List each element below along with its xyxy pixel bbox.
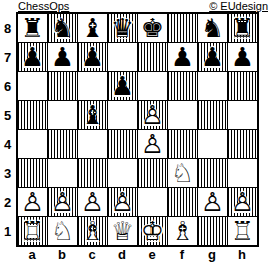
piece-white-king-e1: ♔ <box>138 217 167 245</box>
square-b1[interactable]: ♞♘ <box>48 217 77 245</box>
square-b8[interactable]: ♞♞ <box>48 14 77 42</box>
rank-label-7: 7 <box>0 43 15 72</box>
square-g5[interactable] <box>198 101 227 129</box>
square-d3[interactable] <box>108 159 137 187</box>
square-e7[interactable] <box>138 43 167 71</box>
square-c4[interactable] <box>78 130 107 158</box>
file-label-d: d <box>107 248 137 262</box>
file-label-g: g <box>197 248 227 262</box>
rank-label-5: 5 <box>0 101 15 130</box>
piece-halo: ♟ <box>108 188 137 216</box>
square-g4[interactable] <box>198 130 227 158</box>
piece-halo: ♟ <box>18 188 47 216</box>
piece-black-knight-g8: ♞ <box>198 14 227 42</box>
piece-white-pawn-d2: ♙ <box>108 188 137 216</box>
piece-halo: ♞ <box>168 159 197 187</box>
piece-halo: ♟ <box>228 43 257 71</box>
piece-halo: ♜ <box>18 14 47 42</box>
square-b2[interactable]: ♟♙ <box>48 188 77 216</box>
piece-halo: ♟ <box>48 43 77 71</box>
piece-halo: ♜ <box>18 217 47 245</box>
square-c2[interactable]: ♟♙ <box>78 188 107 216</box>
piece-halo: ♟ <box>48 188 77 216</box>
file-label-e: e <box>137 248 167 262</box>
piece-white-rook-a1: ♖ <box>18 217 47 245</box>
app-title: ChessOps <box>18 0 69 12</box>
piece-halo: ♟ <box>78 43 107 71</box>
square-h4[interactable] <box>228 130 257 158</box>
piece-black-bishop-c5: ♝ <box>78 101 107 129</box>
square-g6[interactable] <box>198 72 227 100</box>
square-a3[interactable] <box>18 159 47 187</box>
square-a1[interactable]: ♜♖ <box>18 217 47 245</box>
square-a6[interactable] <box>18 72 47 100</box>
square-b6[interactable] <box>48 72 77 100</box>
piece-black-pawn-h7: ♟ <box>228 43 257 71</box>
square-f2[interactable] <box>168 188 197 216</box>
piece-black-pawn-a7: ♟ <box>18 43 47 71</box>
piece-white-pawn-g2: ♙ <box>198 188 227 216</box>
square-h6[interactable] <box>228 72 257 100</box>
square-c7[interactable]: ♟♟ <box>78 43 107 71</box>
piece-white-pawn-b2: ♙ <box>48 188 77 216</box>
square-a8[interactable]: ♜♜ <box>18 14 47 42</box>
square-f8[interactable] <box>168 14 197 42</box>
piece-white-pawn-a2: ♙ <box>18 188 47 216</box>
chessops-window: ChessOps © EUdesign ♜♜♞♞♝♝♛♛♚♚♞♞♜♜♟♟♟♟♟♟… <box>0 0 270 270</box>
piece-black-queen-d8: ♛ <box>108 14 137 42</box>
square-a5[interactable] <box>18 101 47 129</box>
piece-white-knight-f3: ♘ <box>168 159 197 187</box>
square-b3[interactable] <box>48 159 77 187</box>
piece-black-pawn-c7: ♟ <box>78 43 107 71</box>
square-c6[interactable] <box>78 72 107 100</box>
piece-halo: ♟ <box>138 101 167 129</box>
piece-halo: ♚ <box>138 14 167 42</box>
square-h8[interactable]: ♜♜ <box>228 14 257 42</box>
square-g3[interactable] <box>198 159 227 187</box>
square-d6[interactable]: ♟♟ <box>108 72 137 100</box>
piece-halo: ♟ <box>228 188 257 216</box>
piece-black-pawn-g7: ♟ <box>198 43 227 71</box>
piece-halo: ♟ <box>18 43 47 71</box>
piece-white-bishop-f1: ♗ <box>168 217 197 245</box>
piece-black-knight-b8: ♞ <box>48 14 77 42</box>
square-e2[interactable] <box>138 188 167 216</box>
square-b7[interactable]: ♟♟ <box>48 43 77 71</box>
piece-halo: ♛ <box>108 14 137 42</box>
piece-black-pawn-d6: ♟ <box>108 72 137 100</box>
piece-halo: ♟ <box>198 43 227 71</box>
piece-halo: ♞ <box>198 14 227 42</box>
square-d8[interactable]: ♛♛ <box>108 14 137 42</box>
piece-halo: ♞ <box>48 217 77 245</box>
rank-label-4: 4 <box>0 130 15 159</box>
square-g7[interactable]: ♟♟ <box>198 43 227 71</box>
rank-label-1: 1 <box>0 217 15 246</box>
file-label-b: b <box>47 248 77 262</box>
piece-black-king-e8: ♚ <box>138 14 167 42</box>
square-e6[interactable] <box>138 72 167 100</box>
piece-black-rook-h8: ♜ <box>228 14 257 42</box>
square-h7[interactable]: ♟♟ <box>228 43 257 71</box>
rank-label-2: 2 <box>0 188 15 217</box>
square-a7[interactable]: ♟♟ <box>18 43 47 71</box>
square-e5[interactable]: ♟♙ <box>138 101 167 129</box>
square-b4[interactable] <box>48 130 77 158</box>
square-f6[interactable] <box>168 72 197 100</box>
piece-halo: ♟ <box>168 43 197 71</box>
square-c8[interactable]: ♝♝ <box>78 14 107 42</box>
piece-black-pawn-f7: ♟ <box>168 43 197 71</box>
square-d5[interactable] <box>108 101 137 129</box>
piece-halo: ♛ <box>108 217 137 245</box>
square-e3[interactable] <box>138 159 167 187</box>
piece-white-knight-b1: ♘ <box>48 217 77 245</box>
rank-label-8: 8 <box>0 14 15 43</box>
piece-black-pawn-b7: ♟ <box>48 43 77 71</box>
square-d1[interactable]: ♛♕ <box>108 217 137 245</box>
rank-label-6: 6 <box>0 72 15 101</box>
piece-white-pawn-c2: ♙ <box>78 188 107 216</box>
square-g1[interactable] <box>198 217 227 245</box>
square-b5[interactable] <box>48 101 77 129</box>
chess-board: ♜♜♞♞♝♝♛♛♚♚♞♞♜♜♟♟♟♟♟♟♟♟♟♟♟♟♟♟♝♝♟♙♟♙♞♘♟♙♟♙… <box>16 12 259 247</box>
file-label-f: f <box>167 248 197 262</box>
piece-halo: ♟ <box>198 188 227 216</box>
file-label-a: a <box>17 248 47 262</box>
piece-halo: ♞ <box>48 14 77 42</box>
square-h5[interactable] <box>228 101 257 129</box>
square-d4[interactable] <box>108 130 137 158</box>
square-h2[interactable]: ♟♙ <box>228 188 257 216</box>
square-g8[interactable]: ♞♞ <box>198 14 227 42</box>
piece-white-queen-d1: ♕ <box>108 217 137 245</box>
piece-halo: ♜ <box>228 14 257 42</box>
rank-label-3: 3 <box>0 159 15 188</box>
square-d7[interactable] <box>108 43 137 71</box>
square-f1[interactable]: ♝♗ <box>168 217 197 245</box>
square-g2[interactable]: ♟♙ <box>198 188 227 216</box>
piece-halo: ♝ <box>78 101 107 129</box>
square-f3[interactable]: ♞♘ <box>168 159 197 187</box>
square-e8[interactable]: ♚♚ <box>138 14 167 42</box>
piece-white-pawn-e4: ♙ <box>138 130 167 158</box>
square-a4[interactable] <box>18 130 47 158</box>
square-f7[interactable]: ♟♟ <box>168 43 197 71</box>
piece-white-pawn-e5: ♙ <box>138 101 167 129</box>
file-label-h: h <box>227 248 257 262</box>
square-h3[interactable] <box>228 159 257 187</box>
square-h1[interactable]: ♜♖ <box>228 217 257 245</box>
square-e1[interactable]: ♚♔ <box>138 217 167 245</box>
square-a2[interactable]: ♟♙ <box>18 188 47 216</box>
piece-white-bishop-c1: ♗ <box>78 217 107 245</box>
square-c3[interactable] <box>78 159 107 187</box>
piece-halo: ♝ <box>168 217 197 245</box>
piece-halo: ♟ <box>108 72 137 100</box>
square-c1[interactable]: ♝♗ <box>78 217 107 245</box>
piece-halo: ♟ <box>78 188 107 216</box>
piece-halo: ♝ <box>78 14 107 42</box>
piece-white-pawn-h2: ♙ <box>228 188 257 216</box>
square-c5[interactable]: ♝♝ <box>78 101 107 129</box>
piece-black-rook-a8: ♜ <box>18 14 47 42</box>
credit-label: © EUdesign <box>209 0 268 12</box>
piece-halo: ♚ <box>138 217 167 245</box>
piece-halo: ♟ <box>138 130 167 158</box>
square-d2[interactable]: ♟♙ <box>108 188 137 216</box>
square-e4[interactable]: ♟♙ <box>138 130 167 158</box>
piece-halo: ♜ <box>228 217 257 245</box>
file-label-c: c <box>77 248 107 262</box>
square-f5[interactable] <box>168 101 197 129</box>
square-f4[interactable] <box>168 130 197 158</box>
piece-black-bishop-c8: ♝ <box>78 14 107 42</box>
piece-white-rook-h1: ♖ <box>228 217 257 245</box>
piece-halo: ♝ <box>78 217 107 245</box>
